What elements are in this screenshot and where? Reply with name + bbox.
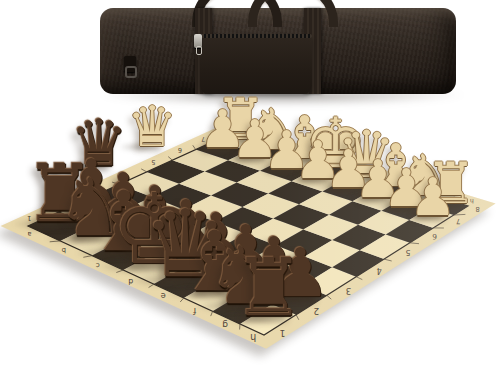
- piece-light-queen-offboard[interactable]: ♛: [127, 99, 177, 155]
- piece-dark-rook-h1[interactable]: ♜: [233, 248, 305, 328]
- piece-light-pawn-h7[interactable]: ♟: [409, 171, 456, 223]
- chess-set-product-photo: abcdefgh1234567812345678abcdefgh ♜♞♝♚♛♝♞…: [0, 0, 500, 370]
